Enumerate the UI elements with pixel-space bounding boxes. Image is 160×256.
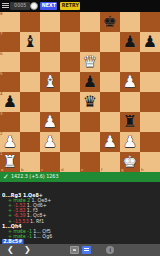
analysis-move-list: 0...Rg3 1.Qe8++mate 21. Qe8++-1.521. Qd6…	[0, 182, 160, 244]
square-c1[interactable]: c	[40, 152, 60, 172]
square-b1[interactable]: b	[20, 152, 40, 172]
square-a6[interactable]: 6	[0, 52, 20, 72]
square-g8[interactable]	[120, 12, 140, 32]
chess-board[interactable]: 8♚7♝♟♟6♛5♝♟♟4♟♛3♟♜2♟♟♟♟1a♜bcdefg♚h	[0, 12, 160, 172]
piece-white-queen[interactable]: ♛	[83, 52, 97, 72]
square-h8[interactable]	[140, 12, 160, 32]
piece-white-rook[interactable]: ♜	[3, 152, 17, 172]
top-bar: 0005 NEXT RETRY	[0, 0, 160, 12]
square-c3[interactable]: ♟	[40, 112, 60, 132]
piece-black-pawn[interactable]: ♟	[143, 32, 157, 52]
rank-label: 2	[0, 132, 3, 136]
square-e5[interactable]: ♟	[80, 72, 100, 92]
piece-white-pawn[interactable]: ♟	[43, 132, 57, 152]
square-b2[interactable]	[20, 132, 40, 152]
piece-black-bishop[interactable]: ♝	[23, 32, 37, 52]
square-f4[interactable]	[100, 92, 120, 112]
square-g4[interactable]	[120, 92, 140, 112]
solved-check-icon: ✓	[3, 172, 9, 182]
square-b4[interactable]	[20, 92, 40, 112]
rank-label: 5	[0, 72, 3, 76]
square-a8[interactable]: 8	[0, 12, 20, 32]
square-f7[interactable]	[100, 32, 120, 52]
square-g5[interactable]: ♟	[120, 72, 140, 92]
retry-button[interactable]: RETRY	[60, 2, 80, 10]
square-a1[interactable]: 1a♜	[0, 152, 20, 172]
piece-white-pawn[interactable]: ♟	[123, 132, 137, 152]
result-rating-bar: ✓ 1422.3 (+5.6) 1263	[0, 172, 160, 182]
info-icon[interactable]: i	[106, 246, 114, 254]
back-chevron-icon[interactable]: ❮	[7, 245, 14, 255]
square-a7[interactable]: 7	[0, 32, 20, 52]
menu-icon[interactable]	[2, 3, 9, 9]
square-b3[interactable]	[20, 112, 40, 132]
square-g2[interactable]: ♟	[120, 132, 140, 152]
forward-chevron-icon[interactable]: ❯	[24, 245, 31, 255]
rank-label: 6	[0, 52, 3, 56]
square-a3[interactable]: 3	[0, 112, 20, 132]
info-icon-glyph: i	[109, 248, 111, 253]
square-c2[interactable]: ♟	[40, 132, 60, 152]
retry-button-label: RETRY	[61, 4, 78, 9]
square-f2[interactable]: ♟	[100, 132, 120, 152]
bottom-toolbar: ❮ ❯ i	[0, 244, 160, 256]
rank-label: 3	[0, 112, 3, 116]
square-b6[interactable]	[20, 52, 40, 72]
square-a4[interactable]: 4♟	[0, 92, 20, 112]
next-button-label: NEXT	[41, 4, 55, 9]
square-g1[interactable]: g♚	[120, 152, 140, 172]
square-d5[interactable]	[60, 72, 80, 92]
square-b5[interactable]	[20, 72, 40, 92]
puzzle-counter-badge: 0005	[10, 2, 30, 10]
square-e8[interactable]	[80, 12, 100, 32]
piece-black-king[interactable]: ♚	[103, 12, 117, 32]
square-c5[interactable]: ♝	[40, 72, 60, 92]
square-b7[interactable]: ♝	[20, 32, 40, 52]
piece-white-pawn[interactable]: ♟	[3, 132, 17, 152]
piece-black-pawn[interactable]: ♟	[3, 92, 17, 112]
square-h5[interactable]	[140, 72, 160, 92]
piece-white-king[interactable]: ♚	[123, 152, 137, 172]
next-button[interactable]: NEXT	[40, 2, 57, 10]
square-f5[interactable]	[100, 72, 120, 92]
square-c6[interactable]	[40, 52, 60, 72]
square-h4[interactable]	[140, 92, 160, 112]
square-f6[interactable]	[100, 52, 120, 72]
square-a5[interactable]: 5	[0, 72, 20, 92]
piece-white-pawn[interactable]: ♟	[43, 112, 57, 132]
square-h1[interactable]: h	[140, 152, 160, 172]
piece-black-queen[interactable]: ♛	[83, 92, 97, 112]
square-g3[interactable]: ♜	[120, 112, 140, 132]
square-h7[interactable]: ♟	[140, 32, 160, 52]
piece-black-pawn[interactable]: ♟	[123, 32, 137, 52]
square-d3[interactable]	[60, 112, 80, 132]
piece-white-pawn[interactable]: ♟	[123, 72, 137, 92]
square-e1[interactable]: e	[80, 152, 100, 172]
rating-text: 1422.3 (+5.6) 1263	[11, 175, 58, 180]
square-c8[interactable]	[40, 12, 60, 32]
piece-black-pawn[interactable]: ♟	[83, 72, 97, 92]
chess-puzzle-app: 0005 NEXT RETRY 8♚7♝♟♟6♛5♝♟♟4♟♛3♟♜2♟♟♟♟1…	[0, 0, 160, 256]
square-b8[interactable]	[20, 12, 40, 32]
square-d2[interactable]	[60, 132, 80, 152]
square-e3[interactable]	[80, 112, 100, 132]
rank-label: 8	[0, 12, 3, 16]
rank-label: 7	[0, 32, 3, 36]
piece-white-pawn[interactable]: ♟	[103, 132, 117, 152]
square-g6[interactable]	[120, 52, 140, 72]
rank-label: 1	[0, 152, 3, 156]
square-e2[interactable]	[80, 132, 100, 152]
square-f3[interactable]	[100, 112, 120, 132]
square-f1[interactable]: f	[100, 152, 120, 172]
rank-label: 4	[0, 92, 3, 96]
square-d7[interactable]	[60, 32, 80, 52]
square-d8[interactable]	[60, 12, 80, 32]
square-e7[interactable]	[80, 32, 100, 52]
square-c4[interactable]	[40, 92, 60, 112]
square-c7[interactable]	[40, 32, 60, 52]
square-e6[interactable]: ♛	[80, 52, 100, 72]
square-d4[interactable]	[60, 92, 80, 112]
square-d6[interactable]	[60, 52, 80, 72]
piece-white-bishop[interactable]: ♝	[43, 72, 57, 92]
puzzle-counter-label: 0005	[14, 4, 26, 9]
square-a2[interactable]: 2♟	[0, 132, 20, 152]
analysis-engine-icon[interactable]	[82, 246, 91, 254]
square-f8[interactable]: ♚	[100, 12, 120, 32]
board-view-icon[interactable]	[70, 246, 79, 254]
square-e4[interactable]: ♛	[80, 92, 100, 112]
square-h6[interactable]	[140, 52, 160, 72]
square-h3[interactable]	[140, 112, 160, 132]
white-to-move-indicator-icon	[30, 2, 38, 10]
square-h2[interactable]	[140, 132, 160, 152]
piece-black-rook[interactable]: ♜	[123, 112, 137, 132]
square-g7[interactable]: ♟	[120, 32, 140, 52]
square-d1[interactable]: d	[60, 152, 80, 172]
